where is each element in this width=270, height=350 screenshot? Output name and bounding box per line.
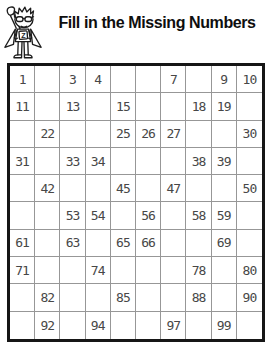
- cell-r7-c8[interactable]: [186, 230, 211, 257]
- cell-r5-c6[interactable]: [136, 175, 161, 202]
- cell-r4-c7[interactable]: [161, 148, 186, 175]
- cell-r3-c9[interactable]: [212, 121, 237, 148]
- cell-r1-c7: 7: [161, 66, 186, 93]
- cell-r9-c8: 88: [186, 284, 211, 311]
- cell-r8-c6[interactable]: [136, 257, 161, 284]
- cell-r4-c6[interactable]: [136, 148, 161, 175]
- cell-r4-c8: 38: [186, 148, 211, 175]
- cell-r5-c8[interactable]: [186, 175, 211, 202]
- cell-r6-c6: 56: [136, 202, 161, 229]
- cell-r5-c2: 42: [35, 175, 60, 202]
- cell-r10-c5[interactable]: [111, 312, 136, 339]
- cell-r8-c10: 80: [237, 257, 262, 284]
- cell-r8-c8: 78: [186, 257, 211, 284]
- cell-r2-c8: 18: [186, 93, 211, 120]
- cell-r5-c9[interactable]: [212, 175, 237, 202]
- cell-r8-c3[interactable]: [60, 257, 85, 284]
- cell-r6-c2[interactable]: [35, 202, 60, 229]
- cell-r9-c1[interactable]: [10, 284, 35, 311]
- cell-r7-c6: 66: [136, 230, 161, 257]
- page-title: Fill in the Missing Numbers: [44, 14, 270, 32]
- cell-r4-c3: 33: [60, 148, 85, 175]
- cell-r6-c7[interactable]: [161, 202, 186, 229]
- cell-r5-c5: 45: [111, 175, 136, 202]
- cell-r10-c1[interactable]: [10, 312, 35, 339]
- cell-r5-c3[interactable]: [60, 175, 85, 202]
- cell-r10-c4: 94: [86, 312, 111, 339]
- cell-r4-c1: 31: [10, 148, 35, 175]
- cell-r1-c8[interactable]: [186, 66, 211, 93]
- cell-r7-c2[interactable]: [35, 230, 60, 257]
- cell-r8-c4: 74: [86, 257, 111, 284]
- number-grid: 1347910111315181922252627303133343839424…: [7, 63, 265, 342]
- cell-r7-c5: 65: [111, 230, 136, 257]
- cell-r1-c6[interactable]: [136, 66, 161, 93]
- cell-r1-c3: 3: [60, 66, 85, 93]
- cell-r6-c9: 59: [212, 202, 237, 229]
- cell-r3-c5: 25: [111, 121, 136, 148]
- cell-r4-c2[interactable]: [35, 148, 60, 175]
- cell-r2-c7[interactable]: [161, 93, 186, 120]
- cell-r1-c9: 9: [212, 66, 237, 93]
- cell-r2-c9: 19: [212, 93, 237, 120]
- cell-r1-c4: 4: [86, 66, 111, 93]
- cell-r6-c4: 54: [86, 202, 111, 229]
- cell-r9-c3[interactable]: [60, 284, 85, 311]
- cell-r6-c10[interactable]: [237, 202, 262, 229]
- cell-r10-c6[interactable]: [136, 312, 161, 339]
- cell-r10-c8[interactable]: [186, 312, 211, 339]
- cell-r6-c3: 53: [60, 202, 85, 229]
- cell-r5-c10: 50: [237, 175, 262, 202]
- cell-r1-c5[interactable]: [111, 66, 136, 93]
- cell-r9-c6[interactable]: [136, 284, 161, 311]
- cell-r7-c10[interactable]: [237, 230, 262, 257]
- cell-r3-c6: 26: [136, 121, 161, 148]
- cell-r2-c2[interactable]: [35, 93, 60, 120]
- cell-r6-c1[interactable]: [10, 202, 35, 229]
- cell-r2-c5: 15: [111, 93, 136, 120]
- cell-r9-c4[interactable]: [86, 284, 111, 311]
- cell-r2-c10[interactable]: [237, 93, 262, 120]
- cell-r8-c2[interactable]: [35, 257, 60, 284]
- cell-r2-c3: 13: [60, 93, 85, 120]
- superhero-kid-icon: Z: [2, 1, 44, 63]
- cell-r7-c9: 69: [212, 230, 237, 257]
- cell-r3-c2: 22: [35, 121, 60, 148]
- cell-r1-c1: 1: [10, 66, 35, 93]
- cell-r3-c3[interactable]: [60, 121, 85, 148]
- cell-r7-c1: 61: [10, 230, 35, 257]
- cell-r4-c10[interactable]: [237, 148, 262, 175]
- worksheet-header: Z Fill in the Missing Numbers: [0, 0, 270, 62]
- cell-r6-c5[interactable]: [111, 202, 136, 229]
- cell-r3-c10: 30: [237, 121, 262, 148]
- cell-r3-c8[interactable]: [186, 121, 211, 148]
- cell-r9-c5: 85: [111, 284, 136, 311]
- cell-r7-c3: 63: [60, 230, 85, 257]
- cell-r2-c1: 11: [10, 93, 35, 120]
- cell-r10-c2: 92: [35, 312, 60, 339]
- cell-r9-c9[interactable]: [212, 284, 237, 311]
- cell-r9-c2: 82: [35, 284, 60, 311]
- cell-r9-c7[interactable]: [161, 284, 186, 311]
- cell-r5-c7: 47: [161, 175, 186, 202]
- cell-r5-c1[interactable]: [10, 175, 35, 202]
- cell-r5-c4[interactable]: [86, 175, 111, 202]
- cell-r8-c9[interactable]: [212, 257, 237, 284]
- cell-r9-c10: 90: [237, 284, 262, 311]
- cell-r2-c6[interactable]: [136, 93, 161, 120]
- cell-r10-c3[interactable]: [60, 312, 85, 339]
- cell-r10-c10[interactable]: [237, 312, 262, 339]
- cell-r3-c7: 27: [161, 121, 186, 148]
- cell-r10-c9: 99: [212, 312, 237, 339]
- cell-r4-c9: 39: [212, 148, 237, 175]
- cell-r3-c4[interactable]: [86, 121, 111, 148]
- cell-r8-c7[interactable]: [161, 257, 186, 284]
- cell-r3-c1[interactable]: [10, 121, 35, 148]
- cell-r1-c10: 10: [237, 66, 262, 93]
- cell-r7-c7[interactable]: [161, 230, 186, 257]
- cell-r4-c5[interactable]: [111, 148, 136, 175]
- cell-r7-c4[interactable]: [86, 230, 111, 257]
- cell-r8-c1: 71: [10, 257, 35, 284]
- cell-r6-c8: 58: [186, 202, 211, 229]
- cell-r1-c2[interactable]: [35, 66, 60, 93]
- cell-r8-c5[interactable]: [111, 257, 136, 284]
- cell-r10-c7: 97: [161, 312, 186, 339]
- cell-r2-c4[interactable]: [86, 93, 111, 120]
- cell-r4-c4: 34: [86, 148, 111, 175]
- svg-text:Z: Z: [21, 32, 26, 40]
